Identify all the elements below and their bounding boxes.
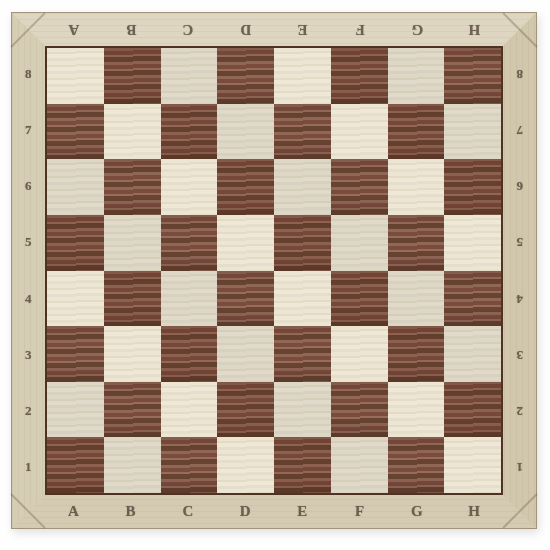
square-c1[interactable] — [161, 437, 218, 493]
square-b2[interactable] — [104, 382, 161, 438]
square-c6[interactable] — [161, 159, 218, 215]
square-d6[interactable] — [217, 159, 274, 215]
square-f6[interactable] — [331, 159, 388, 215]
square-g3[interactable] — [388, 326, 445, 382]
square-d3[interactable] — [217, 326, 274, 382]
square-g7[interactable] — [388, 104, 445, 160]
square-d1[interactable] — [217, 437, 274, 493]
square-f4[interactable] — [331, 271, 388, 327]
square-b4[interactable] — [104, 271, 161, 327]
square-f2[interactable] — [331, 382, 388, 438]
square-h7[interactable] — [444, 104, 501, 160]
square-h2[interactable] — [444, 382, 501, 438]
square-g1[interactable] — [388, 437, 445, 493]
square-e5[interactable] — [274, 215, 331, 271]
square-h1[interactable] — [444, 437, 501, 493]
square-b6[interactable] — [104, 159, 161, 215]
square-f5[interactable] — [331, 215, 388, 271]
square-c8[interactable] — [161, 48, 218, 104]
square-d8[interactable] — [217, 48, 274, 104]
square-f1[interactable] — [331, 437, 388, 493]
square-a5[interactable] — [47, 215, 104, 271]
square-g4[interactable] — [388, 271, 445, 327]
board-grid — [45, 46, 503, 495]
square-d7[interactable] — [217, 104, 274, 160]
square-g6[interactable] — [388, 159, 445, 215]
square-g2[interactable] — [388, 382, 445, 438]
square-f8[interactable] — [331, 48, 388, 104]
square-h4[interactable] — [444, 271, 501, 327]
square-e7[interactable] — [274, 104, 331, 160]
square-h8[interactable] — [444, 48, 501, 104]
square-a6[interactable] — [47, 159, 104, 215]
square-e6[interactable] — [274, 159, 331, 215]
square-e2[interactable] — [274, 382, 331, 438]
chessboard: ABCDEFGH ABCDEFGH 87654321 87654321 — [11, 12, 537, 529]
square-a3[interactable] — [47, 326, 104, 382]
square-d2[interactable] — [217, 382, 274, 438]
square-e4[interactable] — [274, 271, 331, 327]
square-b8[interactable] — [104, 48, 161, 104]
square-b7[interactable] — [104, 104, 161, 160]
square-g8[interactable] — [388, 48, 445, 104]
square-e3[interactable] — [274, 326, 331, 382]
square-h5[interactable] — [444, 215, 501, 271]
square-c5[interactable] — [161, 215, 218, 271]
square-d4[interactable] — [217, 271, 274, 327]
square-d5[interactable] — [217, 215, 274, 271]
square-h6[interactable] — [444, 159, 501, 215]
square-f3[interactable] — [331, 326, 388, 382]
square-c7[interactable] — [161, 104, 218, 160]
square-c3[interactable] — [161, 326, 218, 382]
square-g5[interactable] — [388, 215, 445, 271]
square-h3[interactable] — [444, 326, 501, 382]
square-a2[interactable] — [47, 382, 104, 438]
square-a4[interactable] — [47, 271, 104, 327]
board-photo: ABCDEFGH ABCDEFGH 87654321 87654321 — [0, 0, 550, 550]
square-e8[interactable] — [274, 48, 331, 104]
square-c4[interactable] — [161, 271, 218, 327]
square-a1[interactable] — [47, 437, 104, 493]
square-e1[interactable] — [274, 437, 331, 493]
square-b1[interactable] — [104, 437, 161, 493]
square-a8[interactable] — [47, 48, 104, 104]
square-a7[interactable] — [47, 104, 104, 160]
square-b3[interactable] — [104, 326, 161, 382]
square-b5[interactable] — [104, 215, 161, 271]
square-c2[interactable] — [161, 382, 218, 438]
square-f7[interactable] — [331, 104, 388, 160]
